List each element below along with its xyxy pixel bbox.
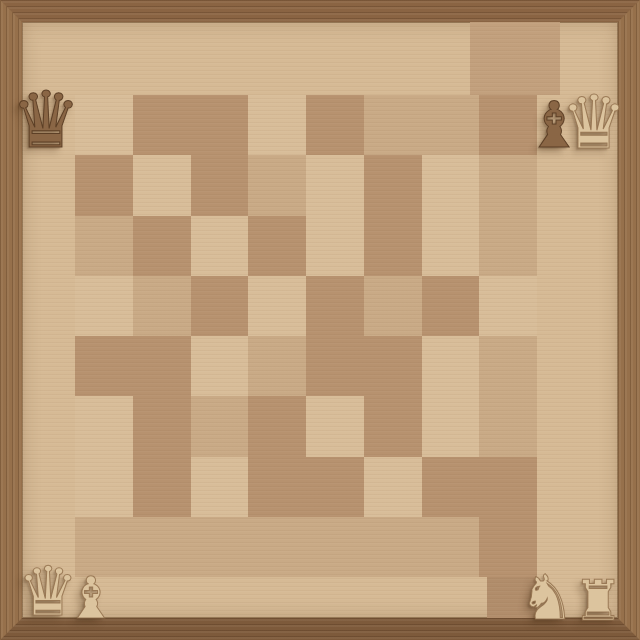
top-right-dark-column — [470, 22, 560, 95]
dark-queen-top-left[interactable]: ♛ — [11, 81, 81, 159]
square-r0-c0[interactable] — [75, 95, 133, 155]
square-r1-c5[interactable] — [364, 155, 422, 215]
square-r6-c7[interactable] — [479, 457, 537, 517]
square-r1-c7[interactable] — [479, 155, 537, 215]
square-r5-c6[interactable] — [422, 396, 480, 456]
square-r4-c2[interactable] — [191, 336, 249, 396]
square-r3-c4[interactable] — [306, 276, 364, 336]
square-r1-c1[interactable] — [133, 155, 191, 215]
square-r2-c3[interactable] — [248, 216, 306, 276]
square-r5-c4[interactable] — [306, 396, 364, 456]
square-r0-c1[interactable] — [133, 95, 191, 155]
square-r6-c1[interactable] — [133, 457, 191, 517]
square-r1-c4[interactable] — [306, 155, 364, 215]
square-r2-c7[interactable] — [479, 216, 537, 276]
square-r5-c1[interactable] — [133, 396, 191, 456]
square-r3-c1[interactable] — [133, 276, 191, 336]
square-r2-c4[interactable] — [306, 216, 364, 276]
square-r4-c5[interactable] — [364, 336, 422, 396]
square-r0-c6[interactable] — [422, 95, 480, 155]
square-r0-c3[interactable] — [248, 95, 306, 155]
square-r6-c3[interactable] — [248, 457, 306, 517]
square-r2-c6[interactable] — [422, 216, 480, 276]
chessboard-scene: ♛♝♛♛♝♞♜ — [0, 0, 640, 640]
square-r3-c7[interactable] — [479, 276, 537, 336]
light-bishop-bottom-left[interactable]: ♝ — [65, 569, 117, 627]
frame-top — [0, 0, 640, 22]
square-r6-c0[interactable] — [75, 457, 133, 517]
square-r1-c6[interactable] — [422, 155, 480, 215]
square-r2-c0[interactable] — [75, 216, 133, 276]
light-knight-bottom-right[interactable]: ♞ — [519, 567, 575, 629]
square-r3-c6[interactable] — [422, 276, 480, 336]
light-rook-bottom-right[interactable]: ♜ — [573, 573, 623, 629]
square-r4-c7[interactable] — [479, 336, 537, 396]
square-r7-c1[interactable] — [133, 517, 191, 577]
square-r6-c5[interactable] — [364, 457, 422, 517]
square-r0-c4[interactable] — [306, 95, 364, 155]
square-r0-c2[interactable] — [191, 95, 249, 155]
square-r7-c6[interactable] — [422, 517, 480, 577]
square-r5-c7[interactable] — [479, 396, 537, 456]
square-r5-c2[interactable] — [191, 396, 249, 456]
square-r7-c4[interactable] — [306, 517, 364, 577]
light-queen-top-right[interactable]: ♛ — [561, 85, 627, 159]
square-r4-c4[interactable] — [306, 336, 364, 396]
square-r6-c4[interactable] — [306, 457, 364, 517]
square-r7-c2[interactable] — [191, 517, 249, 577]
square-r4-c1[interactable] — [133, 336, 191, 396]
square-r4-c0[interactable] — [75, 336, 133, 396]
square-r3-c3[interactable] — [248, 276, 306, 336]
square-r1-c2[interactable] — [191, 155, 249, 215]
square-r0-c5[interactable] — [364, 95, 422, 155]
square-r5-c5[interactable] — [364, 396, 422, 456]
square-r7-c5[interactable] — [364, 517, 422, 577]
square-r7-c3[interactable] — [248, 517, 306, 577]
square-r2-c2[interactable] — [191, 216, 249, 276]
square-r3-c2[interactable] — [191, 276, 249, 336]
checker-field — [75, 95, 537, 577]
square-r3-c5[interactable] — [364, 276, 422, 336]
square-r3-c0[interactable] — [75, 276, 133, 336]
square-r2-c5[interactable] — [364, 216, 422, 276]
square-r2-c1[interactable] — [133, 216, 191, 276]
square-r4-c3[interactable] — [248, 336, 306, 396]
square-r4-c6[interactable] — [422, 336, 480, 396]
square-r6-c2[interactable] — [191, 457, 249, 517]
square-r1-c3[interactable] — [248, 155, 306, 215]
square-r5-c3[interactable] — [248, 396, 306, 456]
square-r5-c0[interactable] — [75, 396, 133, 456]
square-r1-c0[interactable] — [75, 155, 133, 215]
square-r6-c6[interactable] — [422, 457, 480, 517]
